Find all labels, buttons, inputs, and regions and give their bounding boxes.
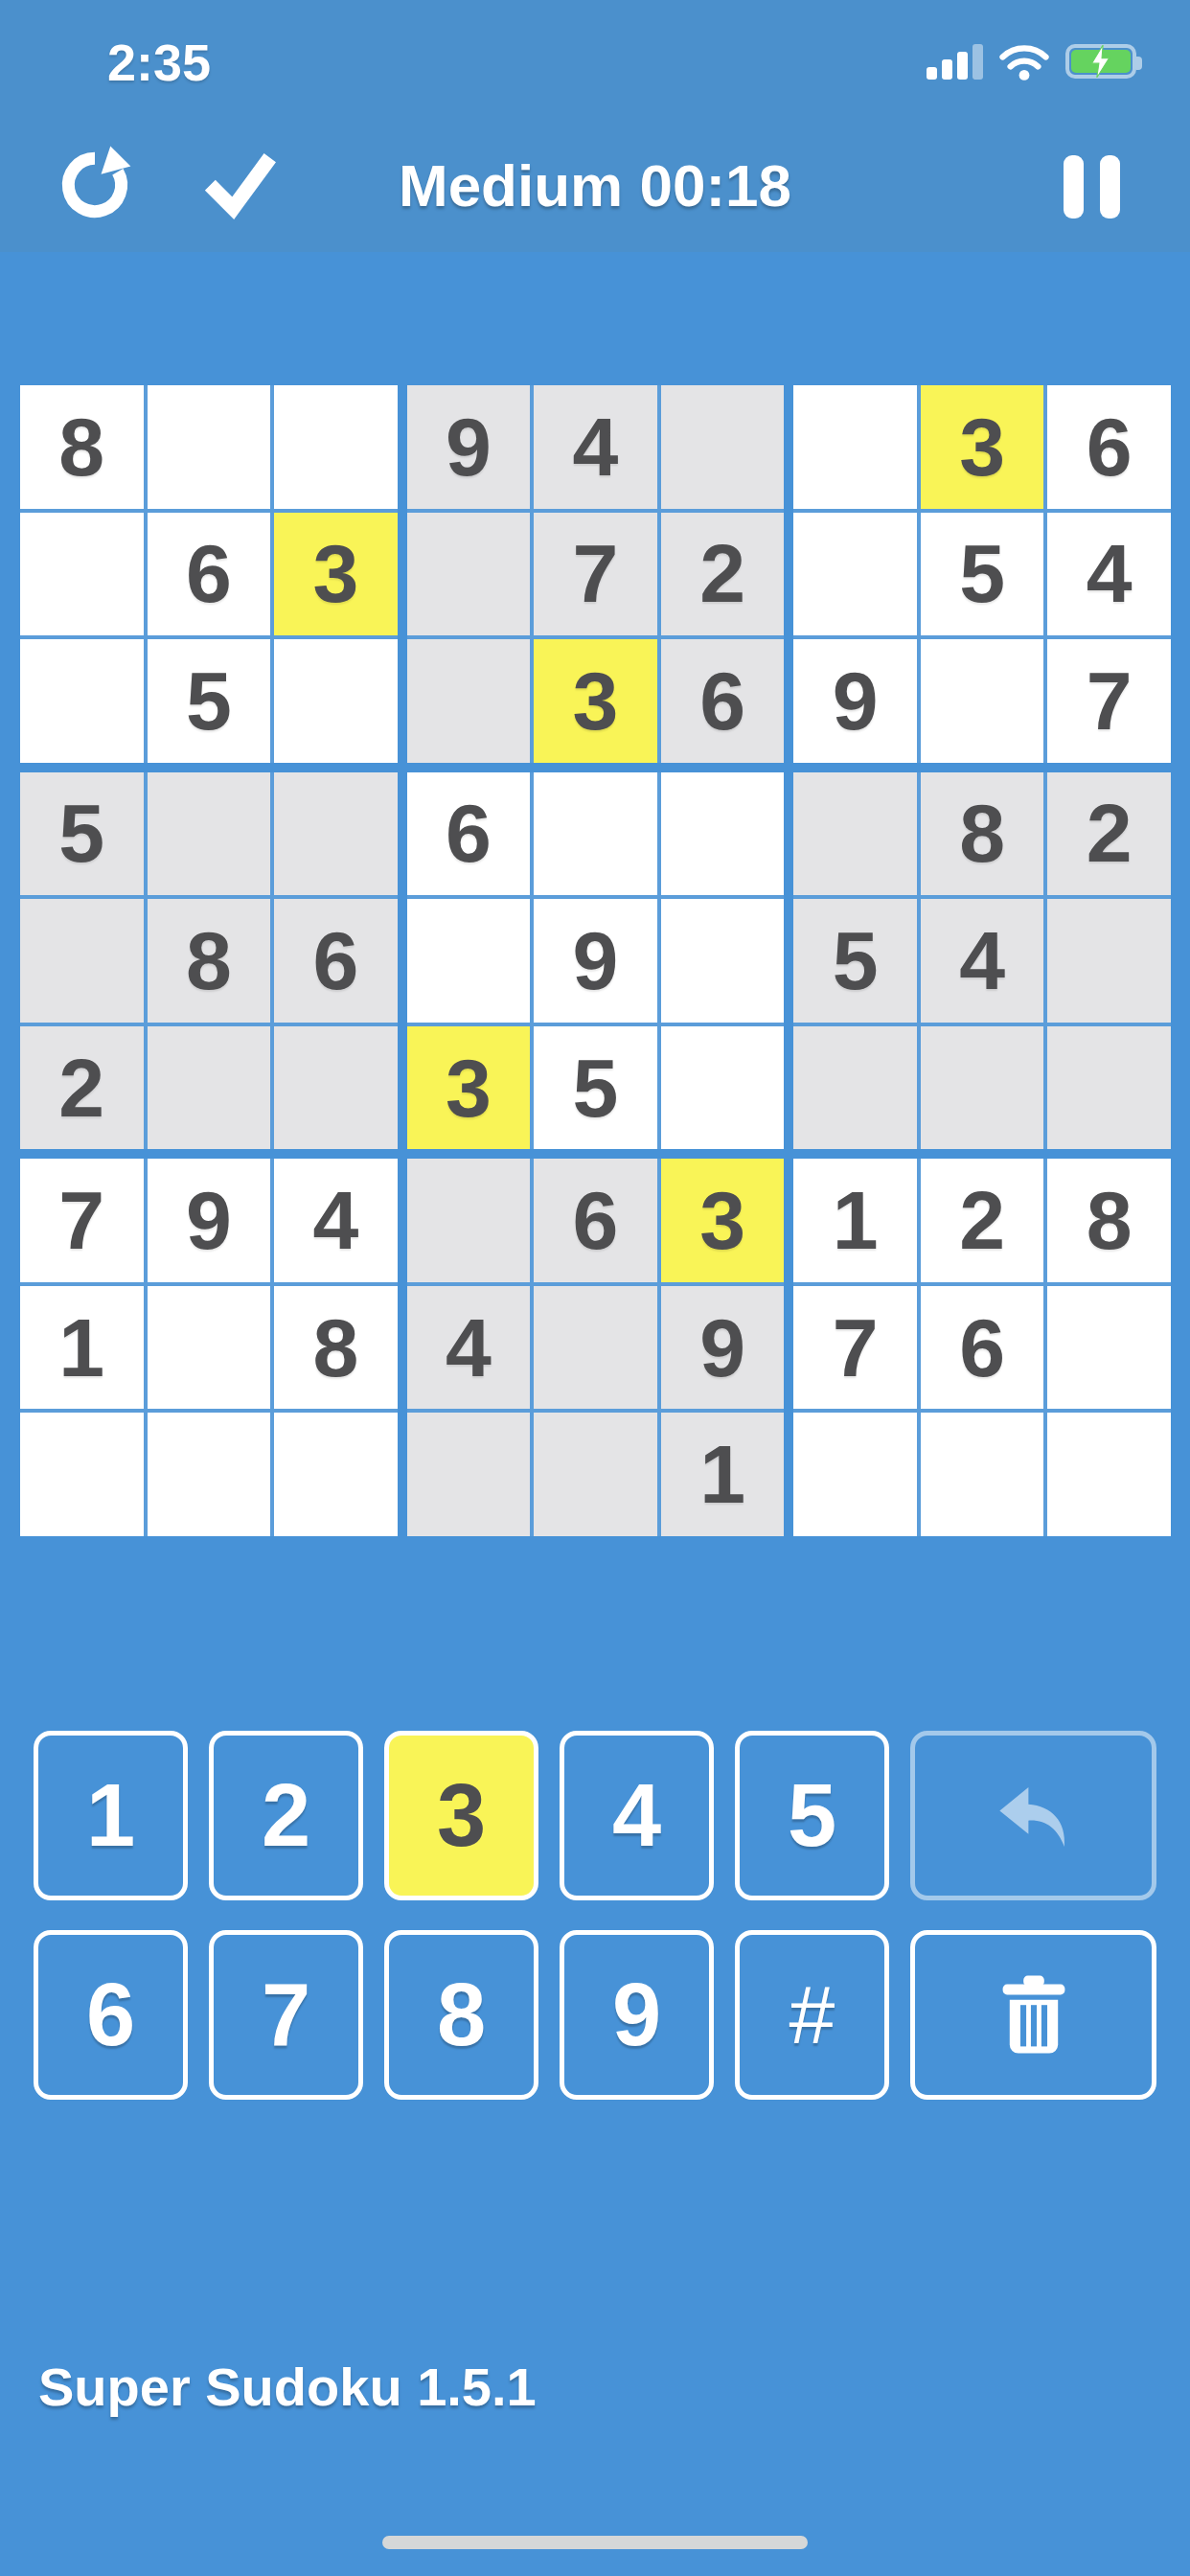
cell-r4c9[interactable]: 2: [1047, 772, 1171, 896]
box-4: 5862: [20, 772, 398, 1150]
cell-r1c6[interactable]: [661, 385, 785, 509]
cell-r4c2[interactable]: [148, 772, 271, 896]
number-key-7[interactable]: 7: [209, 1930, 363, 2100]
cell-r1c1[interactable]: 8: [20, 385, 144, 509]
cell-r6c3[interactable]: [274, 1026, 398, 1150]
cell-r2c3[interactable]: 3: [274, 513, 398, 636]
number-key-1[interactable]: 1: [34, 1731, 188, 1900]
cell-r2c8[interactable]: 5: [921, 513, 1044, 636]
difficulty-timer-title: Medium 00:18: [0, 151, 1190, 219]
header-bar: 2:35: [0, 0, 1190, 252]
cell-r3c8[interactable]: [921, 639, 1044, 763]
cell-r4c4[interactable]: 6: [407, 772, 531, 896]
app-version-text: Super Sudoku 1.5.1: [38, 2356, 537, 2418]
cell-r1c2[interactable]: [148, 385, 271, 509]
cell-r3c9[interactable]: 7: [1047, 639, 1171, 763]
cell-r8c2[interactable]: [148, 1286, 271, 1410]
cell-r1c3[interactable]: [274, 385, 398, 509]
cell-r4c5[interactable]: [534, 772, 657, 896]
box-7: 79418: [20, 1159, 398, 1536]
cell-r6c9[interactable]: [1047, 1026, 1171, 1150]
box-3: 365497: [793, 385, 1171, 763]
cell-r9c6[interactable]: 1: [661, 1413, 785, 1536]
cell-r1c4[interactable]: 9: [407, 385, 531, 509]
cell-r5c5[interactable]: 9: [534, 899, 657, 1023]
status-icons: [927, 42, 1136, 80]
number-key-2[interactable]: 2: [209, 1731, 363, 1900]
cell-r3c2[interactable]: 5: [148, 639, 271, 763]
cell-r1c5[interactable]: 4: [534, 385, 657, 509]
cell-r9c9[interactable]: [1047, 1413, 1171, 1536]
cell-r5c1[interactable]: [20, 899, 144, 1023]
cell-r5c3[interactable]: 6: [274, 899, 398, 1023]
pencil-mark-key[interactable]: #: [735, 1930, 889, 2100]
number-key-4[interactable]: 4: [560, 1731, 714, 1900]
cell-r9c5[interactable]: [534, 1413, 657, 1536]
box-6: 8254: [793, 772, 1171, 1150]
cell-r4c6[interactable]: [661, 772, 785, 896]
cell-r5c8[interactable]: 4: [921, 899, 1044, 1023]
cell-r2c7[interactable]: [793, 513, 917, 636]
cell-r6c4[interactable]: 3: [407, 1026, 531, 1150]
pause-button[interactable]: [1064, 155, 1120, 218]
cellular-signal-icon: [927, 43, 983, 80]
cell-r4c3[interactable]: [274, 772, 398, 896]
cell-r6c1[interactable]: 2: [20, 1026, 144, 1150]
cell-r7c6[interactable]: 3: [661, 1159, 785, 1282]
battery-charging-icon: [1065, 44, 1136, 79]
cell-r2c2[interactable]: 6: [148, 513, 271, 636]
box-2: 947236: [407, 385, 785, 763]
cell-r5c2[interactable]: 8: [148, 899, 271, 1023]
cell-r2c6[interactable]: 2: [661, 513, 785, 636]
cell-r1c8[interactable]: 3: [921, 385, 1044, 509]
cell-r2c5[interactable]: 7: [534, 513, 657, 636]
keypad: 12345 6789#: [34, 1731, 1156, 2100]
cell-r5c4[interactable]: [407, 899, 531, 1023]
cell-r9c3[interactable]: [274, 1413, 398, 1536]
number-key-8[interactable]: 8: [384, 1930, 538, 2100]
cell-r7c9[interactable]: 8: [1047, 1159, 1171, 1282]
number-key-6[interactable]: 6: [34, 1930, 188, 2100]
number-key-5[interactable]: 5: [735, 1731, 889, 1900]
cell-r6c8[interactable]: [921, 1026, 1044, 1150]
cell-r7c3[interactable]: 4: [274, 1159, 398, 1282]
keypad-row-2: 6789#: [34, 1930, 1156, 2100]
number-key-3[interactable]: 3: [384, 1731, 538, 1900]
cell-r7c4[interactable]: [407, 1159, 531, 1282]
cell-r5c9[interactable]: [1047, 899, 1171, 1023]
cell-r6c2[interactable]: [148, 1026, 271, 1150]
app-screen: 2:35: [0, 0, 1190, 2576]
cell-r5c7[interactable]: 5: [793, 899, 917, 1023]
cell-r1c7[interactable]: [793, 385, 917, 509]
cell-r8c7[interactable]: 7: [793, 1286, 917, 1410]
cell-r5c6[interactable]: [661, 899, 785, 1023]
cell-r7c2[interactable]: 9: [148, 1159, 271, 1282]
keypad-row-1: 12345: [34, 1731, 1156, 1900]
cell-r2c1[interactable]: [20, 513, 144, 636]
cell-r9c4[interactable]: [407, 1413, 531, 1536]
delete-button[interactable]: [910, 1930, 1156, 2100]
status-time: 2:35: [107, 33, 211, 92]
cell-r8c5[interactable]: [534, 1286, 657, 1410]
box-5: 6935: [407, 772, 785, 1150]
cell-r9c7[interactable]: [793, 1413, 917, 1536]
cell-r8c6[interactable]: 9: [661, 1286, 785, 1410]
cell-r6c6[interactable]: [661, 1026, 785, 1150]
cell-r7c5[interactable]: 6: [534, 1159, 657, 1282]
cell-r9c2[interactable]: [148, 1413, 271, 1536]
sudoku-board: 8635947236365497586269358254794186349112…: [20, 385, 1171, 1536]
box-8: 63491: [407, 1159, 785, 1536]
cell-r2c9[interactable]: 4: [1047, 513, 1171, 636]
cell-r6c5[interactable]: 5: [534, 1026, 657, 1150]
cell-r3c4[interactable]: [407, 639, 531, 763]
cell-r9c1[interactable]: [20, 1413, 144, 1536]
cell-r9c8[interactable]: [921, 1413, 1044, 1536]
undo-button[interactable]: [910, 1731, 1156, 1900]
cell-r2c4[interactable]: [407, 513, 531, 636]
cell-r3c1[interactable]: [20, 639, 144, 763]
cell-r7c8[interactable]: 2: [921, 1159, 1044, 1282]
box-1: 8635: [20, 385, 398, 763]
cell-r3c3[interactable]: [274, 639, 398, 763]
cell-r7c1[interactable]: 7: [20, 1159, 144, 1282]
pause-bar: [1100, 155, 1120, 218]
cell-r1c9[interactable]: 6: [1047, 385, 1171, 509]
cell-r4c8[interactable]: 8: [921, 772, 1044, 896]
wifi-icon: [998, 42, 1050, 80]
cell-r3c6[interactable]: 6: [661, 639, 785, 763]
cell-r3c7[interactable]: 9: [793, 639, 917, 763]
home-indicator[interactable]: [382, 2536, 808, 2549]
cell-r8c9[interactable]: [1047, 1286, 1171, 1410]
cell-r8c4[interactable]: 4: [407, 1286, 531, 1410]
cell-r8c1[interactable]: 1: [20, 1286, 144, 1410]
pause-bar: [1064, 155, 1084, 218]
box-9: 12876: [793, 1159, 1171, 1536]
cell-r4c7[interactable]: [793, 772, 917, 896]
cell-r4c1[interactable]: 5: [20, 772, 144, 896]
cell-r8c3[interactable]: 8: [274, 1286, 398, 1410]
cell-r6c7[interactable]: [793, 1026, 917, 1150]
cell-r3c5[interactable]: 3: [534, 639, 657, 763]
cell-r8c8[interactable]: 6: [921, 1286, 1044, 1410]
cell-r7c7[interactable]: 1: [793, 1159, 917, 1282]
number-key-9[interactable]: 9: [560, 1930, 714, 2100]
